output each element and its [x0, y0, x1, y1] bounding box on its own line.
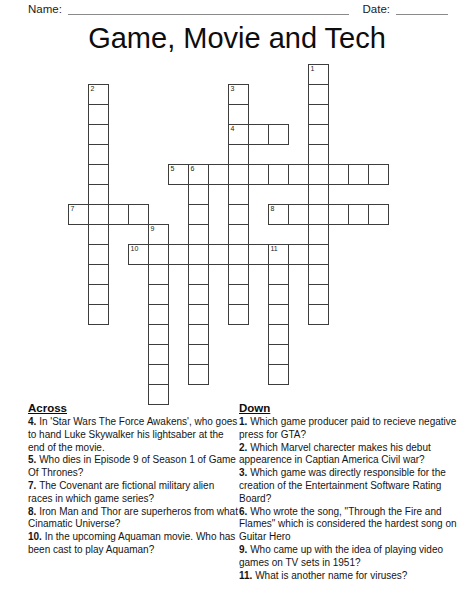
grid-cell[interactable]	[228, 144, 249, 165]
grid-cell[interactable]	[308, 224, 329, 245]
cell-number: 9	[151, 225, 155, 233]
grid-cell[interactable]	[228, 204, 249, 225]
grid-cell[interactable]	[268, 304, 289, 325]
grid-cell[interactable]	[308, 284, 329, 305]
cell-number: 11	[271, 245, 278, 253]
grid-cell[interactable]	[328, 204, 349, 225]
grid-cell[interactable]	[348, 164, 369, 185]
grid-cell[interactable]	[188, 264, 209, 285]
clue-item: 9. Who came up with the idea of playing …	[239, 544, 465, 570]
grid-cell[interactable]	[88, 224, 109, 245]
date-input-line[interactable]	[396, 2, 448, 15]
clue-text: Which game was directly responsible for …	[239, 467, 446, 504]
grid-cell[interactable]	[188, 284, 209, 305]
clue-item: 11. What is another name for viruses?	[239, 570, 465, 583]
grid-cell[interactable]	[88, 264, 109, 285]
grid-cell[interactable]: 8	[268, 204, 289, 225]
cell-number: 7	[71, 205, 75, 213]
clue-item: 5. Who dies in Episode 9 of Season 1 of …	[28, 454, 240, 480]
crossword-grid: 1234567891011	[68, 64, 389, 405]
grid-cell[interactable]	[188, 364, 209, 385]
grid-cell[interactable]	[88, 304, 109, 325]
grid-cell[interactable]	[188, 324, 209, 345]
clue-number: 8.	[28, 506, 39, 517]
grid-cell[interactable]	[168, 244, 189, 265]
down-clue-list: 1. Which game producer paid to recieve n…	[239, 416, 465, 582]
cell-number: 1	[311, 65, 315, 73]
grid-cell[interactable]	[288, 204, 309, 225]
across-clue-list: 4. In 'Star Wars The Force Awakens', who…	[28, 416, 240, 557]
clue-number: 4.	[28, 416, 39, 427]
clue-item: 1. Which game producer paid to recieve n…	[239, 416, 465, 442]
clue-number: 7.	[28, 480, 39, 491]
cell-number: 6	[191, 165, 195, 173]
grid-cell[interactable]	[188, 344, 209, 365]
clue-text: What is another name for viruses?	[255, 570, 407, 581]
clue-text: Iron Man and Thor are superheros from wh…	[28, 506, 238, 530]
clue-text: In 'Star Wars The Force Awakens', who go…	[28, 416, 237, 453]
clue-item: 7. The Covenant are fictional military a…	[28, 480, 240, 506]
grid-cell[interactable]	[88, 284, 109, 305]
grid-cell[interactable]: 10	[128, 244, 149, 265]
grid-cell[interactable]: 11	[268, 244, 289, 265]
grid-cell[interactable]: 3	[228, 84, 249, 105]
grid-cell[interactable]	[308, 144, 329, 165]
name-label: Name:	[28, 3, 62, 15]
clue-item: 10. In the upcoming Aquaman movie. Who h…	[28, 531, 240, 557]
grid-cell[interactable]: 6	[188, 164, 209, 185]
clue-item: 8. Iron Man and Thor are superheros from…	[28, 506, 240, 532]
clue-item: 6. Who wrote the song, "Through the Fire…	[239, 506, 465, 544]
grid-cell[interactable]	[308, 204, 329, 225]
worksheet-header: Name: Date:	[28, 2, 448, 15]
grid-cell[interactable]	[268, 324, 289, 345]
grid-cell[interactable]	[128, 204, 149, 225]
grid-cell[interactable]: 7	[68, 204, 89, 225]
grid-cell[interactable]: 2	[88, 84, 109, 105]
grid-cell[interactable]	[248, 244, 269, 265]
across-clues-section: Across 4. In 'Star Wars The Force Awaken…	[28, 402, 240, 557]
grid-cell[interactable]	[148, 244, 169, 265]
grid-cell[interactable]	[328, 164, 349, 185]
grid-cell[interactable]	[308, 84, 329, 105]
grid-cell[interactable]	[88, 184, 109, 205]
page-title: Game, Movie and Tech	[0, 22, 474, 55]
grid-cell[interactable]	[148, 324, 169, 345]
grid-cell[interactable]	[148, 344, 169, 365]
grid-cell[interactable]	[228, 104, 249, 125]
clue-number: 10.	[28, 531, 45, 542]
grid-cell[interactable]	[148, 284, 169, 305]
grid-cell[interactable]	[268, 364, 289, 385]
grid-cell[interactable]	[188, 204, 209, 225]
cell-number: 8	[271, 205, 275, 213]
cell-number: 5	[171, 165, 175, 173]
down-clues-section: Down 1. Which game producer paid to reci…	[239, 402, 465, 582]
grid-cell[interactable]	[188, 244, 209, 265]
clue-text: In the upcoming Aquaman movie. Who has b…	[28, 531, 235, 555]
grid-cell[interactable]	[88, 204, 109, 225]
grid-cell[interactable]	[208, 164, 229, 185]
grid-cell[interactable]	[228, 284, 249, 305]
cell-number: 2	[91, 85, 95, 93]
grid-cell[interactable]	[308, 164, 329, 185]
grid-cell[interactable]	[88, 124, 109, 145]
grid-cell[interactable]	[268, 284, 289, 305]
clue-number: 5.	[28, 454, 39, 465]
clue-item: 2. Which Marvel charecter makes his debu…	[239, 442, 465, 468]
clue-number: 9.	[239, 544, 250, 555]
cell-number: 4	[231, 125, 235, 133]
cell-number: 3	[231, 85, 235, 93]
grid-cell[interactable]	[228, 304, 249, 325]
clue-number: 11.	[239, 570, 255, 581]
clue-number: 2.	[239, 442, 250, 453]
clue-number: 3.	[239, 467, 250, 478]
clue-text: Who came up with the idea of playing vid…	[239, 544, 443, 568]
clue-text: Which Marvel charecter makes his debut a…	[239, 442, 431, 466]
grid-cell[interactable]: 9	[148, 224, 169, 245]
grid-cell[interactable]	[228, 244, 249, 265]
grid-cell[interactable]	[188, 184, 209, 205]
grid-cell[interactable]	[208, 244, 229, 265]
clue-number: 6.	[239, 506, 250, 517]
grid-cell[interactable]	[148, 304, 169, 325]
clue-item: 4. In 'Star Wars The Force Awakens', who…	[28, 416, 240, 454]
grid-cell[interactable]	[188, 224, 209, 245]
grid-cell[interactable]	[268, 164, 289, 185]
name-input-line[interactable]	[68, 2, 349, 15]
clue-number: 1.	[239, 416, 250, 427]
grid-cell[interactable]	[88, 244, 109, 265]
grid-cell[interactable]	[228, 184, 249, 205]
grid-cell[interactable]	[368, 164, 389, 185]
date-label: Date:	[363, 3, 391, 15]
grid-cell[interactable]	[248, 164, 269, 185]
grid-cell[interactable]	[288, 164, 309, 185]
clue-text: The Covenant are fictional military alie…	[28, 480, 214, 504]
grid-cell[interactable]: 1	[308, 64, 329, 85]
grid-cell[interactable]	[228, 164, 249, 185]
grid-cell[interactable]	[308, 184, 329, 205]
grid-cell[interactable]	[368, 204, 389, 225]
down-heading: Down	[239, 402, 465, 414]
grid-cell[interactable]	[308, 264, 329, 285]
grid-cell[interactable]	[228, 224, 249, 245]
grid-cell[interactable]	[148, 364, 169, 385]
clue-item: 3. Which game was directly responsible f…	[239, 467, 465, 505]
clue-text: Who dies in Episode 9 of Season 1 of Gam…	[28, 454, 236, 478]
grid-cell[interactable]	[88, 164, 109, 185]
grid-cell[interactable]	[308, 304, 329, 325]
grid-cell[interactable]: 5	[168, 164, 189, 185]
grid-cell[interactable]	[348, 204, 369, 225]
grid-cell[interactable]	[108, 204, 129, 225]
grid-cell[interactable]	[188, 304, 209, 325]
cell-number: 10	[131, 245, 139, 253]
grid-cell[interactable]	[308, 104, 329, 125]
grid-cell[interactable]: 4	[228, 124, 249, 145]
grid-cell[interactable]	[88, 144, 109, 165]
grid-cell[interactable]	[228, 264, 249, 285]
grid-cell[interactable]	[308, 244, 329, 265]
grid-cell[interactable]	[268, 344, 289, 365]
grid-cell[interactable]	[268, 124, 289, 145]
grid-cell[interactable]	[248, 124, 269, 145]
grid-cell[interactable]	[88, 104, 109, 125]
grid-cell[interactable]	[308, 124, 329, 145]
across-heading: Across	[28, 402, 240, 414]
grid-cell[interactable]	[288, 244, 309, 265]
clue-text: Which game producer paid to recieve nega…	[239, 416, 456, 440]
grid-cell[interactable]	[268, 264, 289, 285]
clue-text: Who wrote the song, "Through the Fire an…	[239, 506, 457, 543]
grid-cell[interactable]	[148, 264, 169, 285]
